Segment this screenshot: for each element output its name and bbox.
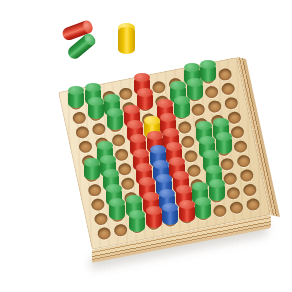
- hole-r9c9[interactable]: [245, 197, 260, 211]
- peg-top: [127, 120, 143, 129]
- hole-r7c8[interactable]: [223, 171, 238, 185]
- hole-r9c0[interactable]: [96, 226, 111, 240]
- hole-r2c8[interactable]: [207, 99, 222, 113]
- hole-r5c2[interactable]: [117, 162, 132, 176]
- peg-top: [97, 141, 113, 150]
- peg-top: [143, 192, 159, 201]
- peg-top: [85, 83, 101, 92]
- product-photo-scene: [0, 0, 292, 292]
- peg-top: [137, 88, 153, 97]
- loose-yellow-peg-side: [118, 27, 135, 54]
- peg-top: [129, 210, 145, 219]
- hole-r2c0[interactable]: [75, 125, 90, 139]
- peg-top: [203, 150, 219, 159]
- peg-top: [206, 165, 222, 174]
- blue-peg-r9c4[interactable]: [162, 203, 178, 225]
- hole-r6c6[interactable]: [186, 163, 201, 177]
- peg-top: [88, 97, 104, 106]
- green-peg-r9c6[interactable]: [195, 197, 211, 219]
- peg-top: [199, 136, 215, 145]
- green-peg-r8c1[interactable]: [109, 198, 125, 220]
- hole-r4c9[interactable]: [230, 125, 245, 139]
- hole-r0c5[interactable]: [151, 80, 166, 94]
- hole-r3c6[interactable]: [177, 120, 192, 134]
- hole-r1c9[interactable]: [220, 81, 235, 95]
- peg-top: [179, 200, 195, 209]
- hole-r2c9[interactable]: [224, 96, 239, 110]
- green-peg-r9c2[interactable]: [129, 210, 145, 232]
- hole-r8c0[interactable]: [93, 212, 108, 226]
- green-peg-r5c0[interactable]: [84, 158, 100, 180]
- green-peg-r2c2[interactable]: [107, 108, 123, 130]
- hole-r3c2[interactable]: [111, 133, 126, 147]
- hole-r5c9[interactable]: [233, 139, 248, 153]
- peg-top: [68, 86, 84, 95]
- hole-r3c9[interactable]: [227, 110, 242, 124]
- peg-top: [159, 189, 175, 198]
- hole-r0c9[interactable]: [217, 67, 232, 81]
- peg-top: [173, 171, 189, 180]
- peg-top: [157, 99, 173, 108]
- peg-top: [174, 96, 190, 105]
- green-peg-r0c0[interactable]: [68, 86, 84, 108]
- hole-r8c8[interactable]: [226, 186, 241, 200]
- hole-r9c8[interactable]: [229, 200, 244, 214]
- loose-yellow-peg[interactable]: [118, 23, 135, 54]
- hole-r9c7[interactable]: [212, 203, 227, 217]
- hole-r6c0[interactable]: [87, 183, 102, 197]
- hole-r6c8[interactable]: [219, 157, 234, 171]
- hole-r6c2[interactable]: [120, 176, 135, 190]
- hole-r1c0[interactable]: [72, 110, 87, 124]
- peg-top: [147, 131, 163, 140]
- hole-r5c6[interactable]: [183, 149, 198, 163]
- red-peg-r9c3[interactable]: [146, 206, 162, 228]
- peg-top: [187, 78, 203, 87]
- peg-top: [195, 197, 211, 206]
- peg-top: [133, 149, 149, 158]
- hole-r9c1[interactable]: [113, 223, 128, 237]
- hole-r4c2[interactable]: [114, 147, 129, 161]
- red-peg-r9c5[interactable]: [179, 200, 195, 222]
- peg-top: [213, 118, 229, 127]
- hole-r0c3[interactable]: [118, 86, 133, 100]
- peg-top: [209, 179, 225, 188]
- peg-top: [153, 160, 169, 169]
- hole-r6c9[interactable]: [236, 154, 251, 168]
- peg-top: [169, 157, 185, 166]
- peg-top: [163, 128, 179, 137]
- hole-r3c0[interactable]: [78, 139, 93, 153]
- hole-r2c7[interactable]: [191, 102, 206, 116]
- hole-r7c0[interactable]: [90, 197, 105, 211]
- hole-r2c1[interactable]: [91, 122, 106, 136]
- hole-r1c8[interactable]: [204, 85, 219, 99]
- hole-r7c9[interactable]: [239, 168, 254, 182]
- hole-r8c9[interactable]: [242, 182, 257, 196]
- peg-top: [84, 158, 100, 167]
- hole-r4c6[interactable]: [180, 134, 195, 148]
- green-peg-r1c1[interactable]: [88, 97, 104, 119]
